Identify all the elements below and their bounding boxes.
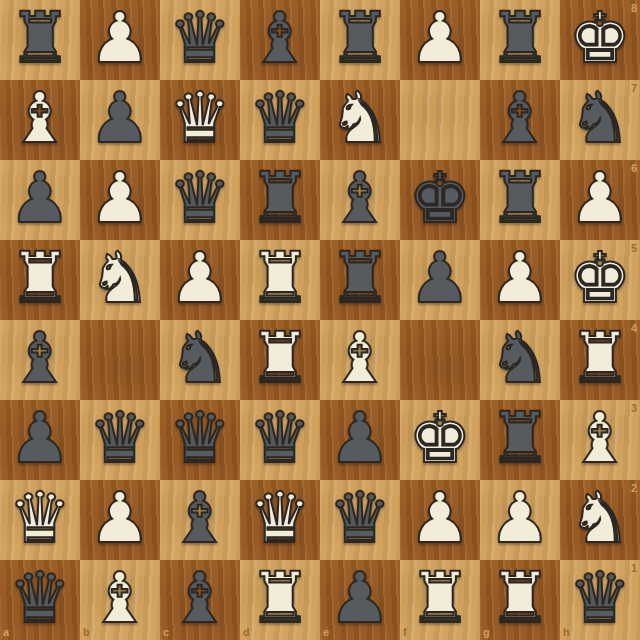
piece-white-king[interactable]: ♚ [569, 240, 632, 318]
piece-white-rook[interactable]: ♜ [9, 240, 72, 318]
rank-label-1: 1 [631, 563, 637, 574]
square-b3[interactable]: ♛ [80, 400, 160, 480]
piece-black-pawn[interactable]: ♟ [329, 400, 392, 478]
piece-black-bishop[interactable]: ♝ [489, 80, 552, 158]
piece-black-rook[interactable]: ♜ [249, 160, 312, 238]
square-g1[interactable]: ♜g [480, 560, 560, 640]
square-d6[interactable]: ♜ [240, 160, 320, 240]
piece-white-knight[interactable]: ♞ [89, 240, 152, 318]
piece-white-pawn[interactable]: ♟ [89, 160, 152, 238]
piece-white-pawn[interactable]: ♟ [409, 0, 472, 78]
piece-white-queen[interactable]: ♛ [169, 80, 232, 158]
piece-black-rook[interactable]: ♜ [329, 0, 392, 78]
square-d3[interactable]: ♛ [240, 400, 320, 480]
rank-label-3: 3 [631, 403, 637, 414]
rank-label-8: 8 [631, 3, 637, 14]
square-b4[interactable] [80, 320, 160, 400]
square-d5[interactable]: ♜ [240, 240, 320, 320]
piece-white-king[interactable]: ♚ [409, 400, 472, 478]
piece-black-queen[interactable]: ♛ [249, 80, 312, 158]
piece-black-rook[interactable]: ♜ [329, 240, 392, 318]
piece-black-pawn[interactable]: ♟ [9, 400, 72, 478]
piece-black-queen[interactable]: ♛ [169, 0, 232, 78]
piece-white-king[interactable]: ♚ [569, 0, 632, 78]
square-f8[interactable]: ♟ [400, 0, 480, 80]
piece-white-rook[interactable]: ♜ [249, 560, 312, 638]
square-c7[interactable]: ♛ [160, 80, 240, 160]
piece-black-queen[interactable]: ♛ [169, 400, 232, 478]
square-c2[interactable]: ♝ [160, 480, 240, 560]
square-b1[interactable]: ♝b [80, 560, 160, 640]
piece-black-bishop[interactable]: ♝ [169, 560, 232, 638]
piece-white-pawn[interactable]: ♟ [169, 240, 232, 318]
square-g8[interactable]: ♜ [480, 0, 560, 80]
piece-white-rook[interactable]: ♜ [569, 320, 632, 398]
rank-label-6: 6 [631, 163, 637, 174]
square-c3[interactable]: ♛ [160, 400, 240, 480]
piece-black-knight[interactable]: ♞ [489, 320, 552, 398]
square-g6[interactable]: ♜ [480, 160, 560, 240]
square-h8[interactable]: ♚8 [560, 0, 640, 80]
rank-label-2: 2 [631, 483, 637, 494]
piece-white-bishop[interactable]: ♝ [569, 400, 632, 478]
rank-label-5: 5 [631, 243, 637, 254]
chess-board: ♜♟♛♝♜♟♜♚8♝♟♛♛♞♝♞7♟♟♛♜♝♚♜♟6♜♞♟♜♜♟♟♚5♝♞♜♝♞… [0, 0, 640, 640]
square-g2[interactable]: ♟ [480, 480, 560, 560]
square-e5[interactable]: ♜ [320, 240, 400, 320]
piece-white-bishop[interactable]: ♝ [9, 80, 72, 158]
square-c4[interactable]: ♞ [160, 320, 240, 400]
square-c5[interactable]: ♟ [160, 240, 240, 320]
piece-black-rook[interactable]: ♜ [9, 0, 72, 78]
square-e8[interactable]: ♜ [320, 0, 400, 80]
square-g7[interactable]: ♝ [480, 80, 560, 160]
piece-white-rook[interactable]: ♜ [489, 560, 552, 638]
square-b2[interactable]: ♟ [80, 480, 160, 560]
piece-white-pawn[interactable]: ♟ [409, 480, 472, 558]
square-h3[interactable]: ♝3 [560, 400, 640, 480]
square-c1[interactable]: ♝c [160, 560, 240, 640]
square-h1[interactable]: ♛1h [560, 560, 640, 640]
piece-black-bishop[interactable]: ♝ [249, 0, 312, 78]
rank-label-4: 4 [631, 323, 637, 334]
piece-black-pawn[interactable]: ♟ [89, 80, 152, 158]
file-label-f: f [403, 627, 407, 638]
square-e2[interactable]: ♛ [320, 480, 400, 560]
piece-black-pawn[interactable]: ♟ [409, 240, 472, 318]
square-a6[interactable]: ♟ [0, 160, 80, 240]
square-a8[interactable]: ♜ [0, 0, 80, 80]
square-h2[interactable]: ♞2 [560, 480, 640, 560]
square-a5[interactable]: ♜ [0, 240, 80, 320]
piece-white-bishop[interactable]: ♝ [329, 320, 392, 398]
square-a3[interactable]: ♟ [0, 400, 80, 480]
square-g4[interactable]: ♞ [480, 320, 560, 400]
piece-black-rook[interactable]: ♜ [489, 0, 552, 78]
square-b5[interactable]: ♞ [80, 240, 160, 320]
piece-black-bishop[interactable]: ♝ [9, 320, 72, 398]
square-c6[interactable]: ♛ [160, 160, 240, 240]
piece-black-queen[interactable]: ♛ [329, 480, 392, 558]
piece-white-rook[interactable]: ♜ [409, 560, 472, 638]
square-b6[interactable]: ♟ [80, 160, 160, 240]
piece-white-rook[interactable]: ♜ [249, 240, 312, 318]
square-f1[interactable]: ♜f [400, 560, 480, 640]
piece-black-bishop[interactable]: ♝ [329, 160, 392, 238]
piece-white-knight[interactable]: ♞ [569, 480, 632, 558]
rank-label-7: 7 [631, 83, 637, 94]
square-a4[interactable]: ♝ [0, 320, 80, 400]
piece-white-rook[interactable]: ♜ [249, 320, 312, 398]
square-f6[interactable]: ♚ [400, 160, 480, 240]
square-a7[interactable]: ♝ [0, 80, 80, 160]
square-d8[interactable]: ♝ [240, 0, 320, 80]
square-g3[interactable]: ♜ [480, 400, 560, 480]
square-d4[interactable]: ♜ [240, 320, 320, 400]
piece-black-pawn[interactable]: ♟ [9, 160, 72, 238]
square-f5[interactable]: ♟ [400, 240, 480, 320]
square-d2[interactable]: ♛ [240, 480, 320, 560]
square-f4[interactable] [400, 320, 480, 400]
square-h5[interactable]: ♚5 [560, 240, 640, 320]
square-e1[interactable]: ♟e [320, 560, 400, 640]
square-h6[interactable]: ♟6 [560, 160, 640, 240]
piece-white-pawn[interactable]: ♟ [89, 480, 152, 558]
piece-black-knight[interactable]: ♞ [169, 320, 232, 398]
piece-black-queen[interactable]: ♛ [89, 400, 152, 478]
square-e3[interactable]: ♟ [320, 400, 400, 480]
square-d7[interactable]: ♛ [240, 80, 320, 160]
piece-black-queen[interactable]: ♛ [9, 560, 72, 638]
square-a1[interactable]: ♛a [0, 560, 80, 640]
piece-black-bishop[interactable]: ♝ [169, 480, 232, 558]
square-b8[interactable]: ♟ [80, 0, 160, 80]
piece-white-pawn[interactable]: ♟ [89, 0, 152, 78]
square-e6[interactable]: ♝ [320, 160, 400, 240]
piece-black-pawn[interactable]: ♟ [329, 560, 392, 638]
square-e7[interactable]: ♞ [320, 80, 400, 160]
square-f2[interactable]: ♟ [400, 480, 480, 560]
piece-black-queen[interactable]: ♛ [569, 560, 632, 638]
piece-black-queen[interactable]: ♛ [249, 400, 312, 478]
square-a2[interactable]: ♛ [0, 480, 80, 560]
square-g5[interactable]: ♟ [480, 240, 560, 320]
square-e4[interactable]: ♝ [320, 320, 400, 400]
piece-black-rook[interactable]: ♜ [489, 160, 552, 238]
square-d1[interactable]: ♜d [240, 560, 320, 640]
piece-black-knight[interactable]: ♞ [569, 80, 632, 158]
piece-white-queen[interactable]: ♛ [249, 480, 312, 558]
square-b7[interactable]: ♟ [80, 80, 160, 160]
piece-black-queen[interactable]: ♛ [169, 160, 232, 238]
piece-white-pawn[interactable]: ♟ [489, 480, 552, 558]
piece-black-rook[interactable]: ♜ [489, 400, 552, 478]
square-h4[interactable]: ♜4 [560, 320, 640, 400]
square-f7[interactable] [400, 80, 480, 160]
square-h7[interactable]: ♞7 [560, 80, 640, 160]
square-f3[interactable]: ♚ [400, 400, 480, 480]
piece-white-pawn[interactable]: ♟ [489, 240, 552, 318]
piece-white-pawn[interactable]: ♟ [569, 160, 632, 238]
square-c8[interactable]: ♛ [160, 0, 240, 80]
piece-white-queen[interactable]: ♛ [9, 480, 72, 558]
piece-white-knight[interactable]: ♞ [329, 80, 392, 158]
piece-black-king[interactable]: ♚ [409, 160, 472, 238]
piece-white-bishop[interactable]: ♝ [89, 560, 152, 638]
